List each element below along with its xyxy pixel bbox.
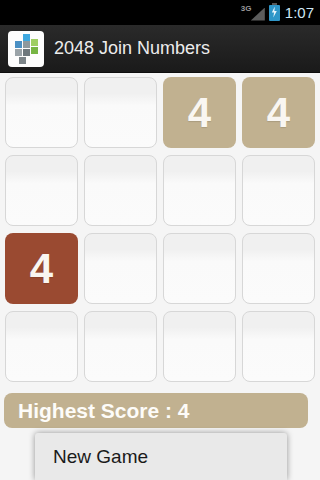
battery-charging-icon bbox=[269, 5, 280, 21]
empty-cell bbox=[5, 155, 78, 226]
tile-4: 4 bbox=[163, 77, 236, 148]
tile-4: 4 bbox=[242, 77, 315, 148]
status-clock: 1:07 bbox=[285, 4, 314, 21]
action-bar: 2048 Join Numbers bbox=[0, 25, 320, 73]
empty-cell bbox=[163, 311, 236, 382]
empty-cell bbox=[242, 311, 315, 382]
highest-score-bar: Highest Score : 4 bbox=[4, 393, 308, 428]
app-icon bbox=[8, 31, 44, 67]
empty-cell bbox=[84, 155, 157, 226]
empty-cell bbox=[84, 233, 157, 304]
board[interactable]: 444 bbox=[0, 77, 320, 382]
signal-icon: 3G bbox=[241, 4, 265, 22]
network-type-label: 3G bbox=[241, 4, 252, 13]
empty-cell bbox=[242, 233, 315, 304]
page-title: 2048 Join Numbers bbox=[54, 38, 210, 59]
signal-triangle-icon bbox=[251, 8, 265, 21]
empty-cell bbox=[163, 155, 236, 226]
empty-cell bbox=[163, 233, 236, 304]
status-bar: 3G 1:07 bbox=[0, 0, 320, 25]
empty-cell bbox=[84, 77, 157, 148]
tile-4: 4 bbox=[5, 233, 78, 304]
empty-cell bbox=[84, 311, 157, 382]
empty-cell bbox=[5, 77, 78, 148]
new-game-menu-item[interactable]: New Game bbox=[35, 433, 287, 480]
empty-cell bbox=[242, 155, 315, 226]
options-menu: New Game bbox=[35, 433, 287, 480]
empty-cell bbox=[5, 311, 78, 382]
